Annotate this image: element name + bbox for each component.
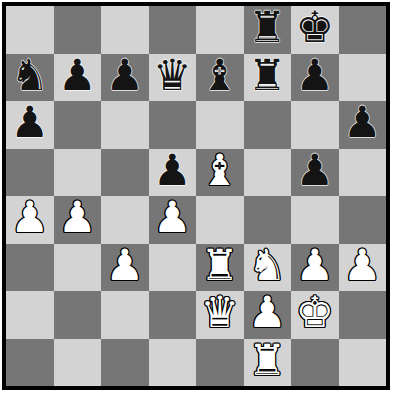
chess-board: ♜♚♞♟♟♛♝♜♟♟♟♟♝♟♟♟♟♟♜♞♟♟♛♟♚♜ — [6, 6, 386, 386]
square-e2[interactable]: ♛ — [196, 291, 244, 339]
piece-white-rook: ♜ — [248, 339, 287, 385]
square-e4[interactable] — [196, 196, 244, 244]
square-c8[interactable] — [101, 6, 149, 54]
square-d8[interactable] — [149, 6, 197, 54]
square-e3[interactable]: ♜ — [196, 244, 244, 292]
square-g2[interactable]: ♚ — [291, 291, 339, 339]
square-b3[interactable] — [54, 244, 102, 292]
piece-black-pawn: ♟ — [295, 54, 334, 100]
piece-white-pawn: ♟ — [153, 196, 192, 242]
square-h8[interactable] — [339, 6, 387, 54]
square-g3[interactable]: ♟ — [291, 244, 339, 292]
square-d4[interactable]: ♟ — [149, 196, 197, 244]
square-c1[interactable] — [101, 339, 149, 387]
piece-black-pawn: ♟ — [105, 54, 144, 100]
square-d7[interactable]: ♛ — [149, 54, 197, 102]
piece-black-bishop: ♝ — [200, 54, 239, 100]
square-c5[interactable] — [101, 149, 149, 197]
square-h6[interactable]: ♟ — [339, 101, 387, 149]
square-g8[interactable]: ♚ — [291, 6, 339, 54]
square-d6[interactable] — [149, 101, 197, 149]
square-g6[interactable] — [291, 101, 339, 149]
piece-black-pawn: ♟ — [10, 101, 49, 147]
square-f1[interactable]: ♜ — [244, 339, 292, 387]
piece-black-rook: ♜ — [248, 6, 287, 52]
square-a5[interactable] — [6, 149, 54, 197]
square-f3[interactable]: ♞ — [244, 244, 292, 292]
square-h7[interactable] — [339, 54, 387, 102]
piece-black-rook: ♜ — [248, 54, 287, 100]
square-b2[interactable] — [54, 291, 102, 339]
piece-black-pawn: ♟ — [153, 149, 192, 195]
square-a3[interactable] — [6, 244, 54, 292]
piece-white-pawn: ♟ — [343, 244, 382, 290]
square-f5[interactable] — [244, 149, 292, 197]
square-c7[interactable]: ♟ — [101, 54, 149, 102]
square-c2[interactable] — [101, 291, 149, 339]
square-b8[interactable] — [54, 6, 102, 54]
square-a1[interactable] — [6, 339, 54, 387]
board-frame: ♜♚♞♟♟♛♝♜♟♟♟♟♝♟♟♟♟♟♜♞♟♟♛♟♚♜ — [2, 2, 390, 390]
square-f6[interactable] — [244, 101, 292, 149]
square-g1[interactable] — [291, 339, 339, 387]
piece-black-knight: ♞ — [10, 54, 49, 100]
square-h1[interactable] — [339, 339, 387, 387]
piece-black-pawn: ♟ — [343, 101, 382, 147]
piece-white-rook: ♜ — [200, 244, 239, 290]
square-d5[interactable]: ♟ — [149, 149, 197, 197]
square-e7[interactable]: ♝ — [196, 54, 244, 102]
square-b7[interactable]: ♟ — [54, 54, 102, 102]
square-e5[interactable]: ♝ — [196, 149, 244, 197]
square-e1[interactable] — [196, 339, 244, 387]
square-c6[interactable] — [101, 101, 149, 149]
piece-black-queen: ♛ — [153, 54, 192, 100]
square-c4[interactable] — [101, 196, 149, 244]
square-f7[interactable]: ♜ — [244, 54, 292, 102]
square-a8[interactable] — [6, 6, 54, 54]
piece-white-queen: ♛ — [200, 291, 239, 337]
square-c3[interactable]: ♟ — [101, 244, 149, 292]
piece-white-pawn: ♟ — [105, 244, 144, 290]
square-f2[interactable]: ♟ — [244, 291, 292, 339]
piece-white-pawn: ♟ — [58, 196, 97, 242]
square-d2[interactable] — [149, 291, 197, 339]
square-h3[interactable]: ♟ — [339, 244, 387, 292]
square-g5[interactable]: ♟ — [291, 149, 339, 197]
square-g4[interactable] — [291, 196, 339, 244]
square-b4[interactable]: ♟ — [54, 196, 102, 244]
square-f4[interactable] — [244, 196, 292, 244]
square-b5[interactable] — [54, 149, 102, 197]
piece-black-pawn: ♟ — [58, 54, 97, 100]
square-b1[interactable] — [54, 339, 102, 387]
square-b6[interactable] — [54, 101, 102, 149]
square-a6[interactable]: ♟ — [6, 101, 54, 149]
piece-white-knight: ♞ — [248, 244, 287, 290]
piece-black-king: ♚ — [295, 6, 334, 52]
square-h4[interactable] — [339, 196, 387, 244]
piece-white-king: ♚ — [295, 291, 334, 337]
square-g7[interactable]: ♟ — [291, 54, 339, 102]
square-d3[interactable] — [149, 244, 197, 292]
piece-white-pawn: ♟ — [248, 291, 287, 337]
square-a4[interactable]: ♟ — [6, 196, 54, 244]
square-e8[interactable] — [196, 6, 244, 54]
piece-black-pawn: ♟ — [295, 149, 334, 195]
square-a2[interactable] — [6, 291, 54, 339]
piece-white-bishop: ♝ — [200, 149, 239, 195]
square-h5[interactable] — [339, 149, 387, 197]
square-a7[interactable]: ♞ — [6, 54, 54, 102]
square-f8[interactable]: ♜ — [244, 6, 292, 54]
square-h2[interactable] — [339, 291, 387, 339]
square-d1[interactable] — [149, 339, 197, 387]
square-e6[interactable] — [196, 101, 244, 149]
piece-white-pawn: ♟ — [295, 244, 334, 290]
piece-white-pawn: ♟ — [10, 196, 49, 242]
